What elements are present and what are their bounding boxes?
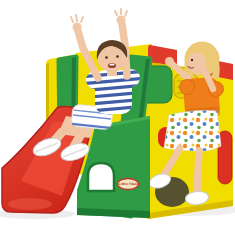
boy-teeth: [110, 64, 115, 66]
boy-eye-right: [116, 55, 119, 58]
girl-right-hand: [199, 66, 207, 74]
boy-hands: [71, 9, 127, 32]
brand-logo: Little Tikes: [118, 179, 139, 190]
girl-skirt: [164, 111, 221, 152]
girl-left-hand: [165, 57, 174, 66]
boy-mouth: [108, 63, 116, 68]
scene-illustration: Little Tikes: [0, 0, 235, 235]
brand-logo-text: Little Tikes: [118, 182, 137, 186]
girl-eye: [191, 59, 193, 61]
girl-sleeve-left: [180, 80, 195, 95]
slide-tip-highlight: [8, 198, 52, 210]
photo: Little Tikes: [0, 0, 235, 235]
boy-eye-left: [105, 56, 108, 59]
arch-cutout: [88, 163, 114, 191]
girl-right-leg: [197, 151, 199, 191]
